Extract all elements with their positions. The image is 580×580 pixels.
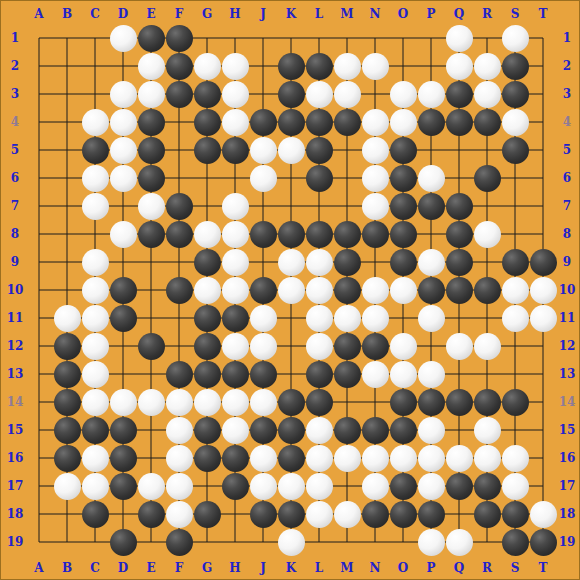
intersection-C15[interactable] [81, 416, 109, 444]
intersection-E12[interactable] [137, 332, 165, 360]
intersection-T7[interactable] [529, 192, 557, 220]
intersection-M2[interactable] [333, 52, 361, 80]
intersection-C6[interactable] [81, 164, 109, 192]
intersection-T1[interactable] [529, 24, 557, 52]
intersection-K14[interactable] [277, 388, 305, 416]
intersection-O8[interactable] [389, 220, 417, 248]
intersection-E17[interactable] [137, 472, 165, 500]
intersection-E1[interactable] [137, 24, 165, 52]
intersection-S11[interactable] [501, 304, 529, 332]
intersection-H15[interactable] [221, 416, 249, 444]
intersection-R19[interactable] [473, 528, 501, 556]
intersection-H19[interactable] [221, 528, 249, 556]
intersection-D11[interactable] [109, 304, 137, 332]
intersection-M17[interactable] [333, 472, 361, 500]
intersection-A13[interactable] [25, 360, 53, 388]
intersection-L8[interactable] [305, 220, 333, 248]
intersection-S6[interactable] [501, 164, 529, 192]
intersection-B13[interactable] [53, 360, 81, 388]
intersection-G6[interactable] [193, 164, 221, 192]
intersection-P19[interactable] [417, 528, 445, 556]
intersection-Q4[interactable] [445, 108, 473, 136]
intersection-C2[interactable] [81, 52, 109, 80]
intersection-C18[interactable] [81, 500, 109, 528]
intersection-L19[interactable] [305, 528, 333, 556]
intersection-B17[interactable] [53, 472, 81, 500]
intersection-P11[interactable] [417, 304, 445, 332]
intersection-T9[interactable] [529, 248, 557, 276]
intersection-Q13[interactable] [445, 360, 473, 388]
intersection-J19[interactable] [249, 528, 277, 556]
intersection-K12[interactable] [277, 332, 305, 360]
intersection-S10[interactable] [501, 276, 529, 304]
intersection-H5[interactable] [221, 136, 249, 164]
intersection-O5[interactable] [389, 136, 417, 164]
intersection-C10[interactable] [81, 276, 109, 304]
intersection-R14[interactable] [473, 388, 501, 416]
intersection-G17[interactable] [193, 472, 221, 500]
intersection-F6[interactable] [165, 164, 193, 192]
intersection-C1[interactable] [81, 24, 109, 52]
intersection-D4[interactable] [109, 108, 137, 136]
intersection-T15[interactable] [529, 416, 557, 444]
intersection-S18[interactable] [501, 500, 529, 528]
intersection-N18[interactable] [361, 500, 389, 528]
intersection-O6[interactable] [389, 164, 417, 192]
intersection-Q11[interactable] [445, 304, 473, 332]
intersection-S7[interactable] [501, 192, 529, 220]
intersection-N13[interactable] [361, 360, 389, 388]
intersection-Q9[interactable] [445, 248, 473, 276]
intersection-D19[interactable] [109, 528, 137, 556]
intersection-H11[interactable] [221, 304, 249, 332]
intersection-N19[interactable] [361, 528, 389, 556]
intersection-G7[interactable] [193, 192, 221, 220]
intersection-N10[interactable] [361, 276, 389, 304]
intersection-T10[interactable] [529, 276, 557, 304]
intersection-K15[interactable] [277, 416, 305, 444]
intersection-C3[interactable] [81, 80, 109, 108]
intersection-S16[interactable] [501, 444, 529, 472]
intersection-E13[interactable] [137, 360, 165, 388]
intersection-M15[interactable] [333, 416, 361, 444]
intersection-S3[interactable] [501, 80, 529, 108]
intersection-T8[interactable] [529, 220, 557, 248]
intersection-T18[interactable] [529, 500, 557, 528]
intersection-R6[interactable] [473, 164, 501, 192]
intersection-R7[interactable] [473, 192, 501, 220]
intersection-F1[interactable] [165, 24, 193, 52]
intersection-O18[interactable] [389, 500, 417, 528]
intersection-P9[interactable] [417, 248, 445, 276]
intersection-R11[interactable] [473, 304, 501, 332]
intersection-N17[interactable] [361, 472, 389, 500]
intersection-B5[interactable] [53, 136, 81, 164]
intersection-E7[interactable] [137, 192, 165, 220]
intersection-Q2[interactable] [445, 52, 473, 80]
intersection-O1[interactable] [389, 24, 417, 52]
intersection-Q3[interactable] [445, 80, 473, 108]
intersection-C5[interactable] [81, 136, 109, 164]
intersection-J1[interactable] [249, 24, 277, 52]
intersection-J3[interactable] [249, 80, 277, 108]
intersection-J2[interactable] [249, 52, 277, 80]
intersection-L18[interactable] [305, 500, 333, 528]
intersection-G3[interactable] [193, 80, 221, 108]
intersection-N9[interactable] [361, 248, 389, 276]
intersection-L14[interactable] [305, 388, 333, 416]
intersection-G18[interactable] [193, 500, 221, 528]
intersection-B11[interactable] [53, 304, 81, 332]
intersection-P13[interactable] [417, 360, 445, 388]
intersection-R10[interactable] [473, 276, 501, 304]
intersection-H6[interactable] [221, 164, 249, 192]
intersection-O17[interactable] [389, 472, 417, 500]
intersection-R16[interactable] [473, 444, 501, 472]
intersection-N6[interactable] [361, 164, 389, 192]
intersection-S5[interactable] [501, 136, 529, 164]
intersection-P10[interactable] [417, 276, 445, 304]
intersection-T4[interactable] [529, 108, 557, 136]
intersection-D13[interactable] [109, 360, 137, 388]
intersection-S2[interactable] [501, 52, 529, 80]
intersection-P8[interactable] [417, 220, 445, 248]
intersection-R9[interactable] [473, 248, 501, 276]
intersection-A11[interactable] [25, 304, 53, 332]
intersection-J7[interactable] [249, 192, 277, 220]
intersection-B9[interactable] [53, 248, 81, 276]
intersection-Q8[interactable] [445, 220, 473, 248]
intersection-O15[interactable] [389, 416, 417, 444]
intersection-Q10[interactable] [445, 276, 473, 304]
intersection-F4[interactable] [165, 108, 193, 136]
intersection-E14[interactable] [137, 388, 165, 416]
intersection-A2[interactable] [25, 52, 53, 80]
intersection-P7[interactable] [417, 192, 445, 220]
intersection-K18[interactable] [277, 500, 305, 528]
intersection-G14[interactable] [193, 388, 221, 416]
intersection-N15[interactable] [361, 416, 389, 444]
intersection-O19[interactable] [389, 528, 417, 556]
intersection-H17[interactable] [221, 472, 249, 500]
intersection-G10[interactable] [193, 276, 221, 304]
intersection-G2[interactable] [193, 52, 221, 80]
intersection-O7[interactable] [389, 192, 417, 220]
intersection-A9[interactable] [25, 248, 53, 276]
intersection-F5[interactable] [165, 136, 193, 164]
intersection-K13[interactable] [277, 360, 305, 388]
intersection-H10[interactable] [221, 276, 249, 304]
intersection-C19[interactable] [81, 528, 109, 556]
intersection-C11[interactable] [81, 304, 109, 332]
intersection-M9[interactable] [333, 248, 361, 276]
intersection-F9[interactable] [165, 248, 193, 276]
intersection-S19[interactable] [501, 528, 529, 556]
intersection-J5[interactable] [249, 136, 277, 164]
intersection-G12[interactable] [193, 332, 221, 360]
intersection-A5[interactable] [25, 136, 53, 164]
intersection-K1[interactable] [277, 24, 305, 52]
intersection-G19[interactable] [193, 528, 221, 556]
intersection-K16[interactable] [277, 444, 305, 472]
intersection-R17[interactable] [473, 472, 501, 500]
intersection-B15[interactable] [53, 416, 81, 444]
intersection-K11[interactable] [277, 304, 305, 332]
intersection-Q14[interactable] [445, 388, 473, 416]
intersection-P17[interactable] [417, 472, 445, 500]
intersection-N12[interactable] [361, 332, 389, 360]
intersection-N5[interactable] [361, 136, 389, 164]
intersection-R1[interactable] [473, 24, 501, 52]
intersection-K4[interactable] [277, 108, 305, 136]
intersection-E19[interactable] [137, 528, 165, 556]
intersection-K17[interactable] [277, 472, 305, 500]
intersection-H12[interactable] [221, 332, 249, 360]
intersection-E16[interactable] [137, 444, 165, 472]
intersection-B12[interactable] [53, 332, 81, 360]
intersection-A17[interactable] [25, 472, 53, 500]
intersection-D5[interactable] [109, 136, 137, 164]
intersection-T13[interactable] [529, 360, 557, 388]
intersection-P1[interactable] [417, 24, 445, 52]
intersection-M10[interactable] [333, 276, 361, 304]
intersection-P18[interactable] [417, 500, 445, 528]
intersection-E8[interactable] [137, 220, 165, 248]
intersection-N3[interactable] [361, 80, 389, 108]
intersection-N11[interactable] [361, 304, 389, 332]
intersection-N1[interactable] [361, 24, 389, 52]
intersection-E5[interactable] [137, 136, 165, 164]
intersection-H13[interactable] [221, 360, 249, 388]
intersection-L7[interactable] [305, 192, 333, 220]
intersection-F19[interactable] [165, 528, 193, 556]
intersection-B7[interactable] [53, 192, 81, 220]
intersection-A8[interactable] [25, 220, 53, 248]
intersection-L5[interactable] [305, 136, 333, 164]
intersection-L12[interactable] [305, 332, 333, 360]
intersection-R18[interactable] [473, 500, 501, 528]
intersection-A18[interactable] [25, 500, 53, 528]
intersection-O2[interactable] [389, 52, 417, 80]
intersection-J15[interactable] [249, 416, 277, 444]
intersection-K10[interactable] [277, 276, 305, 304]
intersection-F7[interactable] [165, 192, 193, 220]
intersection-H14[interactable] [221, 388, 249, 416]
intersection-C13[interactable] [81, 360, 109, 388]
intersection-Q16[interactable] [445, 444, 473, 472]
intersection-K8[interactable] [277, 220, 305, 248]
intersection-M19[interactable] [333, 528, 361, 556]
intersection-Q15[interactable] [445, 416, 473, 444]
intersection-L13[interactable] [305, 360, 333, 388]
intersection-A10[interactable] [25, 276, 53, 304]
intersection-K2[interactable] [277, 52, 305, 80]
intersection-S13[interactable] [501, 360, 529, 388]
intersection-F17[interactable] [165, 472, 193, 500]
intersection-J12[interactable] [249, 332, 277, 360]
intersection-F3[interactable] [165, 80, 193, 108]
intersection-D1[interactable] [109, 24, 137, 52]
intersection-D17[interactable] [109, 472, 137, 500]
intersection-A1[interactable] [25, 24, 53, 52]
intersection-E4[interactable] [137, 108, 165, 136]
intersection-M16[interactable] [333, 444, 361, 472]
intersection-N4[interactable] [361, 108, 389, 136]
intersection-H3[interactable] [221, 80, 249, 108]
intersection-E18[interactable] [137, 500, 165, 528]
intersection-M5[interactable] [333, 136, 361, 164]
intersection-M1[interactable] [333, 24, 361, 52]
intersection-T17[interactable] [529, 472, 557, 500]
intersection-J10[interactable] [249, 276, 277, 304]
intersection-O4[interactable] [389, 108, 417, 136]
intersection-D16[interactable] [109, 444, 137, 472]
intersection-L11[interactable] [305, 304, 333, 332]
intersection-M8[interactable] [333, 220, 361, 248]
intersection-L4[interactable] [305, 108, 333, 136]
intersection-F14[interactable] [165, 388, 193, 416]
intersection-B10[interactable] [53, 276, 81, 304]
intersection-P15[interactable] [417, 416, 445, 444]
intersection-P12[interactable] [417, 332, 445, 360]
intersection-D12[interactable] [109, 332, 137, 360]
intersection-B8[interactable] [53, 220, 81, 248]
intersection-E10[interactable] [137, 276, 165, 304]
intersection-O10[interactable] [389, 276, 417, 304]
intersection-R15[interactable] [473, 416, 501, 444]
intersection-H18[interactable] [221, 500, 249, 528]
intersection-H1[interactable] [221, 24, 249, 52]
intersection-F10[interactable] [165, 276, 193, 304]
intersection-C12[interactable] [81, 332, 109, 360]
intersection-T19[interactable] [529, 528, 557, 556]
intersection-T16[interactable] [529, 444, 557, 472]
intersection-O13[interactable] [389, 360, 417, 388]
intersection-S9[interactable] [501, 248, 529, 276]
intersection-O11[interactable] [389, 304, 417, 332]
intersection-C7[interactable] [81, 192, 109, 220]
intersection-C14[interactable] [81, 388, 109, 416]
intersection-T6[interactable] [529, 164, 557, 192]
intersection-C17[interactable] [81, 472, 109, 500]
intersection-T5[interactable] [529, 136, 557, 164]
intersection-B6[interactable] [53, 164, 81, 192]
intersection-R5[interactable] [473, 136, 501, 164]
intersection-J17[interactable] [249, 472, 277, 500]
intersection-J13[interactable] [249, 360, 277, 388]
intersection-D18[interactable] [109, 500, 137, 528]
intersection-G1[interactable] [193, 24, 221, 52]
intersection-P6[interactable] [417, 164, 445, 192]
intersection-H16[interactable] [221, 444, 249, 472]
intersection-A19[interactable] [25, 528, 53, 556]
intersection-Q7[interactable] [445, 192, 473, 220]
intersection-Q17[interactable] [445, 472, 473, 500]
intersection-J8[interactable] [249, 220, 277, 248]
intersection-F15[interactable] [165, 416, 193, 444]
intersection-N16[interactable] [361, 444, 389, 472]
intersection-F18[interactable] [165, 500, 193, 528]
intersection-B2[interactable] [53, 52, 81, 80]
intersection-R8[interactable] [473, 220, 501, 248]
intersection-G15[interactable] [193, 416, 221, 444]
intersection-F11[interactable] [165, 304, 193, 332]
intersection-E3[interactable] [137, 80, 165, 108]
intersection-A14[interactable] [25, 388, 53, 416]
intersection-L10[interactable] [305, 276, 333, 304]
intersection-K19[interactable] [277, 528, 305, 556]
intersection-M3[interactable] [333, 80, 361, 108]
intersection-J14[interactable] [249, 388, 277, 416]
intersection-D9[interactable] [109, 248, 137, 276]
intersection-J6[interactable] [249, 164, 277, 192]
intersection-O12[interactable] [389, 332, 417, 360]
intersection-G5[interactable] [193, 136, 221, 164]
intersection-N7[interactable] [361, 192, 389, 220]
intersection-K6[interactable] [277, 164, 305, 192]
intersection-K5[interactable] [277, 136, 305, 164]
intersection-T14[interactable] [529, 388, 557, 416]
intersection-M18[interactable] [333, 500, 361, 528]
intersection-O3[interactable] [389, 80, 417, 108]
intersection-E9[interactable] [137, 248, 165, 276]
intersection-B19[interactable] [53, 528, 81, 556]
intersection-B4[interactable] [53, 108, 81, 136]
intersection-B14[interactable] [53, 388, 81, 416]
intersection-J16[interactable] [249, 444, 277, 472]
intersection-G11[interactable] [193, 304, 221, 332]
intersection-H7[interactable] [221, 192, 249, 220]
intersection-S15[interactable] [501, 416, 529, 444]
intersection-P14[interactable] [417, 388, 445, 416]
intersection-B16[interactable] [53, 444, 81, 472]
intersection-S14[interactable] [501, 388, 529, 416]
intersection-C8[interactable] [81, 220, 109, 248]
intersection-D3[interactable] [109, 80, 137, 108]
intersection-A16[interactable] [25, 444, 53, 472]
intersection-E11[interactable] [137, 304, 165, 332]
intersection-S1[interactable] [501, 24, 529, 52]
intersection-P16[interactable] [417, 444, 445, 472]
intersection-F2[interactable] [165, 52, 193, 80]
intersection-R13[interactable] [473, 360, 501, 388]
intersection-P5[interactable] [417, 136, 445, 164]
intersection-M7[interactable] [333, 192, 361, 220]
intersection-L3[interactable] [305, 80, 333, 108]
intersection-A7[interactable] [25, 192, 53, 220]
intersection-L9[interactable] [305, 248, 333, 276]
intersection-C9[interactable] [81, 248, 109, 276]
intersection-T12[interactable] [529, 332, 557, 360]
intersection-E2[interactable] [137, 52, 165, 80]
intersection-B3[interactable] [53, 80, 81, 108]
intersection-Q18[interactable] [445, 500, 473, 528]
intersection-F12[interactable] [165, 332, 193, 360]
intersection-S4[interactable] [501, 108, 529, 136]
intersection-L17[interactable] [305, 472, 333, 500]
intersection-B1[interactable] [53, 24, 81, 52]
intersection-Q6[interactable] [445, 164, 473, 192]
intersection-A4[interactable] [25, 108, 53, 136]
intersection-L1[interactable] [305, 24, 333, 52]
intersection-M11[interactable] [333, 304, 361, 332]
intersection-L2[interactable] [305, 52, 333, 80]
intersection-D8[interactable] [109, 220, 137, 248]
intersection-O14[interactable] [389, 388, 417, 416]
intersection-E6[interactable] [137, 164, 165, 192]
intersection-S17[interactable] [501, 472, 529, 500]
intersection-K3[interactable] [277, 80, 305, 108]
